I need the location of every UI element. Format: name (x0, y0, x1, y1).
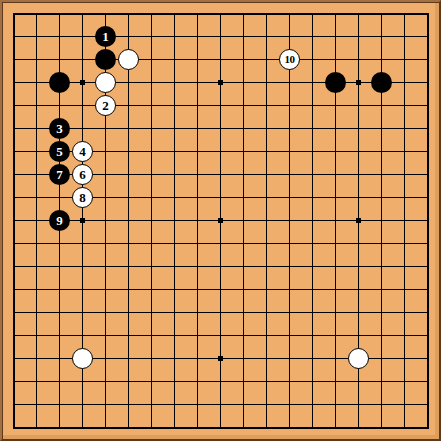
intersection-5-18 (94, 393, 117, 416)
intersection-4-4 (71, 71, 94, 94)
star-point (80, 218, 85, 223)
intersection-1-16 (2, 347, 25, 370)
intersection-3-17 (48, 370, 71, 393)
intersection-2-10 (25, 209, 48, 232)
intersection-12-14 (255, 301, 278, 324)
intersection-9-9 (186, 186, 209, 209)
intersection-13-4 (278, 71, 301, 94)
intersection-16-9 (347, 186, 370, 209)
intersection-2-13 (25, 278, 48, 301)
intersection-3-3 (48, 48, 71, 71)
intersection-14-12 (301, 255, 324, 278)
intersection-11-2 (232, 25, 255, 48)
intersection-5-16 (94, 347, 117, 370)
intersection-13-18 (278, 393, 301, 416)
intersection-5-13 (94, 278, 117, 301)
intersection-4-11 (71, 232, 94, 255)
intersection-14-3 (301, 48, 324, 71)
intersection-12-12 (255, 255, 278, 278)
intersection-19-13 (416, 278, 439, 301)
intersection-13-12 (278, 255, 301, 278)
intersection-10-5 (209, 94, 232, 117)
intersection-8-18 (163, 393, 186, 416)
intersection-1-13 (2, 278, 25, 301)
intersection-14-17 (301, 370, 324, 393)
intersection-11-5 (232, 94, 255, 117)
intersection-19-2 (416, 25, 439, 48)
intersection-4-13 (71, 278, 94, 301)
intersection-12-1 (255, 2, 278, 25)
intersection-7-19 (140, 416, 163, 439)
intersection-4-9: 8 (71, 186, 94, 209)
intersection-8-10 (163, 209, 186, 232)
intersection-19-1 (416, 2, 439, 25)
intersection-17-4 (370, 71, 393, 94)
intersection-16-3 (347, 48, 370, 71)
intersection-4-17 (71, 370, 94, 393)
black-stone-move-3: 3 (49, 118, 70, 139)
black-stone-move-9: 9 (49, 210, 70, 231)
intersection-15-6 (324, 117, 347, 140)
intersection-2-16 (25, 347, 48, 370)
intersection-12-18 (255, 393, 278, 416)
intersection-5-9 (94, 186, 117, 209)
intersection-11-4 (232, 71, 255, 94)
intersection-19-10 (416, 209, 439, 232)
intersection-14-9 (301, 186, 324, 209)
intersection-5-2: 1 (94, 25, 117, 48)
intersection-6-13 (117, 278, 140, 301)
intersection-11-1 (232, 2, 255, 25)
intersection-16-16 (347, 347, 370, 370)
intersection-4-2 (71, 25, 94, 48)
intersection-11-6 (232, 117, 255, 140)
intersection-17-2 (370, 25, 393, 48)
black-stone (325, 72, 346, 93)
black-stone (49, 72, 70, 93)
intersection-7-18 (140, 393, 163, 416)
intersection-8-11 (163, 232, 186, 255)
intersection-14-5 (301, 94, 324, 117)
intersection-2-14 (25, 301, 48, 324)
intersection-8-6 (163, 117, 186, 140)
intersection-16-4 (347, 71, 370, 94)
intersection-7-1 (140, 2, 163, 25)
intersection-18-3 (393, 48, 416, 71)
intersection-7-2 (140, 25, 163, 48)
intersection-10-9 (209, 186, 232, 209)
intersection-6-15 (117, 324, 140, 347)
intersection-6-14 (117, 301, 140, 324)
intersection-5-4 (94, 71, 117, 94)
intersection-3-19 (48, 416, 71, 439)
intersection-11-14 (232, 301, 255, 324)
star-point (218, 80, 223, 85)
intersection-11-13 (232, 278, 255, 301)
intersection-11-8 (232, 163, 255, 186)
intersection-1-5 (2, 94, 25, 117)
intersection-9-7 (186, 140, 209, 163)
intersection-5-15 (94, 324, 117, 347)
intersection-10-18 (209, 393, 232, 416)
intersection-4-7: 4 (71, 140, 94, 163)
intersection-11-11 (232, 232, 255, 255)
intersection-7-14 (140, 301, 163, 324)
intersection-7-8 (140, 163, 163, 186)
intersection-12-7 (255, 140, 278, 163)
intersection-8-9 (163, 186, 186, 209)
intersection-1-11 (2, 232, 25, 255)
intersection-8-17 (163, 370, 186, 393)
intersection-1-12 (2, 255, 25, 278)
intersection-5-8 (94, 163, 117, 186)
intersection-6-17 (117, 370, 140, 393)
black-stone (371, 72, 392, 93)
star-point (80, 80, 85, 85)
intersection-4-19 (71, 416, 94, 439)
intersection-8-15 (163, 324, 186, 347)
intersection-14-16 (301, 347, 324, 370)
intersection-13-11 (278, 232, 301, 255)
intersection-6-16 (117, 347, 140, 370)
intersection-14-6 (301, 117, 324, 140)
intersection-5-14 (94, 301, 117, 324)
intersection-3-13 (48, 278, 71, 301)
intersection-13-9 (278, 186, 301, 209)
intersection-8-3 (163, 48, 186, 71)
intersection-5-6 (94, 117, 117, 140)
intersection-18-14 (393, 301, 416, 324)
white-stone-move-8: 8 (72, 187, 93, 208)
intersection-15-5 (324, 94, 347, 117)
intersection-10-16 (209, 347, 232, 370)
intersection-17-19 (370, 416, 393, 439)
intersection-6-4 (117, 71, 140, 94)
intersection-2-12 (25, 255, 48, 278)
intersection-17-5 (370, 94, 393, 117)
intersection-18-17 (393, 370, 416, 393)
intersection-18-15 (393, 324, 416, 347)
white-stone (348, 348, 369, 369)
intersection-15-8 (324, 163, 347, 186)
intersection-18-18 (393, 393, 416, 416)
board-grid: 11023547689 (2, 2, 439, 439)
intersection-16-11 (347, 232, 370, 255)
intersection-10-14 (209, 301, 232, 324)
intersection-2-2 (25, 25, 48, 48)
intersection-14-1 (301, 2, 324, 25)
intersection-19-7 (416, 140, 439, 163)
intersection-6-7 (117, 140, 140, 163)
intersection-3-15 (48, 324, 71, 347)
intersection-2-3 (25, 48, 48, 71)
intersection-17-1 (370, 2, 393, 25)
intersection-3-1 (48, 2, 71, 25)
intersection-18-19 (393, 416, 416, 439)
intersection-13-1 (278, 2, 301, 25)
intersection-3-12 (48, 255, 71, 278)
intersection-18-6 (393, 117, 416, 140)
intersection-12-8 (255, 163, 278, 186)
intersection-9-18 (186, 393, 209, 416)
intersection-16-19 (347, 416, 370, 439)
intersection-15-12 (324, 255, 347, 278)
intersection-11-17 (232, 370, 255, 393)
intersection-13-2 (278, 25, 301, 48)
intersection-18-11 (393, 232, 416, 255)
intersection-17-13 (370, 278, 393, 301)
intersection-6-1 (117, 2, 140, 25)
intersection-4-18 (71, 393, 94, 416)
intersection-19-12 (416, 255, 439, 278)
intersection-1-1 (2, 2, 25, 25)
intersection-1-2 (2, 25, 25, 48)
intersection-8-13 (163, 278, 186, 301)
intersection-18-8 (393, 163, 416, 186)
intersection-6-6 (117, 117, 140, 140)
intersection-14-18 (301, 393, 324, 416)
intersection-18-13 (393, 278, 416, 301)
white-stone (72, 348, 93, 369)
intersection-15-14 (324, 301, 347, 324)
intersection-9-16 (186, 347, 209, 370)
black-stone-move-5: 5 (49, 141, 70, 162)
intersection-9-1 (186, 2, 209, 25)
intersection-1-17 (2, 370, 25, 393)
intersection-13-7 (278, 140, 301, 163)
intersection-10-2 (209, 25, 232, 48)
intersection-14-7 (301, 140, 324, 163)
intersection-15-17 (324, 370, 347, 393)
intersection-3-8: 7 (48, 163, 71, 186)
intersection-16-1 (347, 2, 370, 25)
intersection-1-10 (2, 209, 25, 232)
intersection-4-8: 6 (71, 163, 94, 186)
intersection-5-1 (94, 2, 117, 25)
white-stone-move-4: 4 (72, 141, 93, 162)
intersection-18-7 (393, 140, 416, 163)
intersection-17-10 (370, 209, 393, 232)
intersection-4-14 (71, 301, 94, 324)
intersection-3-7: 5 (48, 140, 71, 163)
intersection-12-2 (255, 25, 278, 48)
intersection-17-18 (370, 393, 393, 416)
intersection-18-5 (393, 94, 416, 117)
go-board: 11023547689 (0, 0, 441, 441)
intersection-15-2 (324, 25, 347, 48)
intersection-15-13 (324, 278, 347, 301)
star-point (218, 356, 223, 361)
intersection-18-10 (393, 209, 416, 232)
intersection-4-10 (71, 209, 94, 232)
intersection-13-13 (278, 278, 301, 301)
intersection-15-9 (324, 186, 347, 209)
intersection-19-19 (416, 416, 439, 439)
intersection-11-3 (232, 48, 255, 71)
intersection-5-12 (94, 255, 117, 278)
intersection-8-19 (163, 416, 186, 439)
intersection-4-3 (71, 48, 94, 71)
intersection-19-14 (416, 301, 439, 324)
intersection-12-9 (255, 186, 278, 209)
intersection-7-9 (140, 186, 163, 209)
intersection-12-5 (255, 94, 278, 117)
intersection-16-15 (347, 324, 370, 347)
intersection-19-18 (416, 393, 439, 416)
intersection-16-2 (347, 25, 370, 48)
intersection-16-6 (347, 117, 370, 140)
intersection-7-3 (140, 48, 163, 71)
intersection-17-16 (370, 347, 393, 370)
intersection-9-13 (186, 278, 209, 301)
intersection-11-18 (232, 393, 255, 416)
intersection-1-4 (2, 71, 25, 94)
intersection-13-3: 10 (278, 48, 301, 71)
intersection-12-19 (255, 416, 278, 439)
intersection-18-2 (393, 25, 416, 48)
intersection-8-7 (163, 140, 186, 163)
intersection-3-10: 9 (48, 209, 71, 232)
intersection-5-17 (94, 370, 117, 393)
intersection-10-19 (209, 416, 232, 439)
intersection-5-19 (94, 416, 117, 439)
black-stone-move-7: 7 (49, 164, 70, 185)
intersection-10-17 (209, 370, 232, 393)
intersection-4-16 (71, 347, 94, 370)
white-stone-move-2: 2 (95, 95, 116, 116)
intersection-2-7 (25, 140, 48, 163)
intersection-3-6: 3 (48, 117, 71, 140)
intersection-6-12 (117, 255, 140, 278)
intersection-13-14 (278, 301, 301, 324)
intersection-2-6 (25, 117, 48, 140)
intersection-5-5: 2 (94, 94, 117, 117)
intersection-10-8 (209, 163, 232, 186)
intersection-12-6 (255, 117, 278, 140)
intersection-10-1 (209, 2, 232, 25)
intersection-2-5 (25, 94, 48, 117)
star-point (356, 80, 361, 85)
intersection-8-4 (163, 71, 186, 94)
intersection-1-8 (2, 163, 25, 186)
intersection-1-15 (2, 324, 25, 347)
intersection-10-10 (209, 209, 232, 232)
intersection-15-4 (324, 71, 347, 94)
intersection-17-14 (370, 301, 393, 324)
intersection-1-6 (2, 117, 25, 140)
intersection-12-16 (255, 347, 278, 370)
intersection-17-7 (370, 140, 393, 163)
intersection-12-11 (255, 232, 278, 255)
intersection-6-2 (117, 25, 140, 48)
intersection-10-7 (209, 140, 232, 163)
intersection-17-17 (370, 370, 393, 393)
intersection-19-5 (416, 94, 439, 117)
intersection-2-8 (25, 163, 48, 186)
intersection-13-6 (278, 117, 301, 140)
intersection-3-16 (48, 347, 71, 370)
intersection-19-6 (416, 117, 439, 140)
intersection-15-16 (324, 347, 347, 370)
intersection-8-16 (163, 347, 186, 370)
intersection-10-12 (209, 255, 232, 278)
intersection-19-8 (416, 163, 439, 186)
intersection-6-18 (117, 393, 140, 416)
intersection-3-4 (48, 71, 71, 94)
intersection-4-1 (71, 2, 94, 25)
intersection-15-19 (324, 416, 347, 439)
intersection-10-15 (209, 324, 232, 347)
intersection-8-8 (163, 163, 186, 186)
intersection-15-1 (324, 2, 347, 25)
intersection-6-3 (117, 48, 140, 71)
intersection-14-13 (301, 278, 324, 301)
black-stone-move-1: 1 (95, 26, 116, 47)
intersection-7-17 (140, 370, 163, 393)
intersection-3-18 (48, 393, 71, 416)
intersection-2-9 (25, 186, 48, 209)
intersection-18-16 (393, 347, 416, 370)
intersection-9-4 (186, 71, 209, 94)
intersection-5-3 (94, 48, 117, 71)
white-stone (118, 49, 139, 70)
intersection-14-2 (301, 25, 324, 48)
intersection-5-7 (94, 140, 117, 163)
intersection-11-19 (232, 416, 255, 439)
intersection-16-12 (347, 255, 370, 278)
intersection-9-10 (186, 209, 209, 232)
star-point (218, 218, 223, 223)
intersection-3-2 (48, 25, 71, 48)
star-point (356, 218, 361, 223)
intersection-15-11 (324, 232, 347, 255)
intersection-17-11 (370, 232, 393, 255)
intersection-17-9 (370, 186, 393, 209)
intersection-14-14 (301, 301, 324, 324)
intersection-7-5 (140, 94, 163, 117)
intersection-12-10 (255, 209, 278, 232)
intersection-9-2 (186, 25, 209, 48)
intersection-6-11 (117, 232, 140, 255)
intersection-17-3 (370, 48, 393, 71)
intersection-16-8 (347, 163, 370, 186)
intersection-18-1 (393, 2, 416, 25)
intersection-13-5 (278, 94, 301, 117)
intersection-10-3 (209, 48, 232, 71)
intersection-15-3 (324, 48, 347, 71)
intersection-9-19 (186, 416, 209, 439)
intersection-6-19 (117, 416, 140, 439)
intersection-9-6 (186, 117, 209, 140)
intersection-18-12 (393, 255, 416, 278)
intersection-14-15 (301, 324, 324, 347)
intersection-13-19 (278, 416, 301, 439)
intersection-19-16 (416, 347, 439, 370)
intersection-8-14 (163, 301, 186, 324)
intersection-7-7 (140, 140, 163, 163)
intersection-4-15 (71, 324, 94, 347)
intersection-9-12 (186, 255, 209, 278)
intersection-1-14 (2, 301, 25, 324)
intersection-18-9 (393, 186, 416, 209)
intersection-7-12 (140, 255, 163, 278)
intersection-15-18 (324, 393, 347, 416)
intersection-9-15 (186, 324, 209, 347)
intersection-7-15 (140, 324, 163, 347)
intersection-1-19 (2, 416, 25, 439)
intersection-10-13 (209, 278, 232, 301)
intersection-6-8 (117, 163, 140, 186)
